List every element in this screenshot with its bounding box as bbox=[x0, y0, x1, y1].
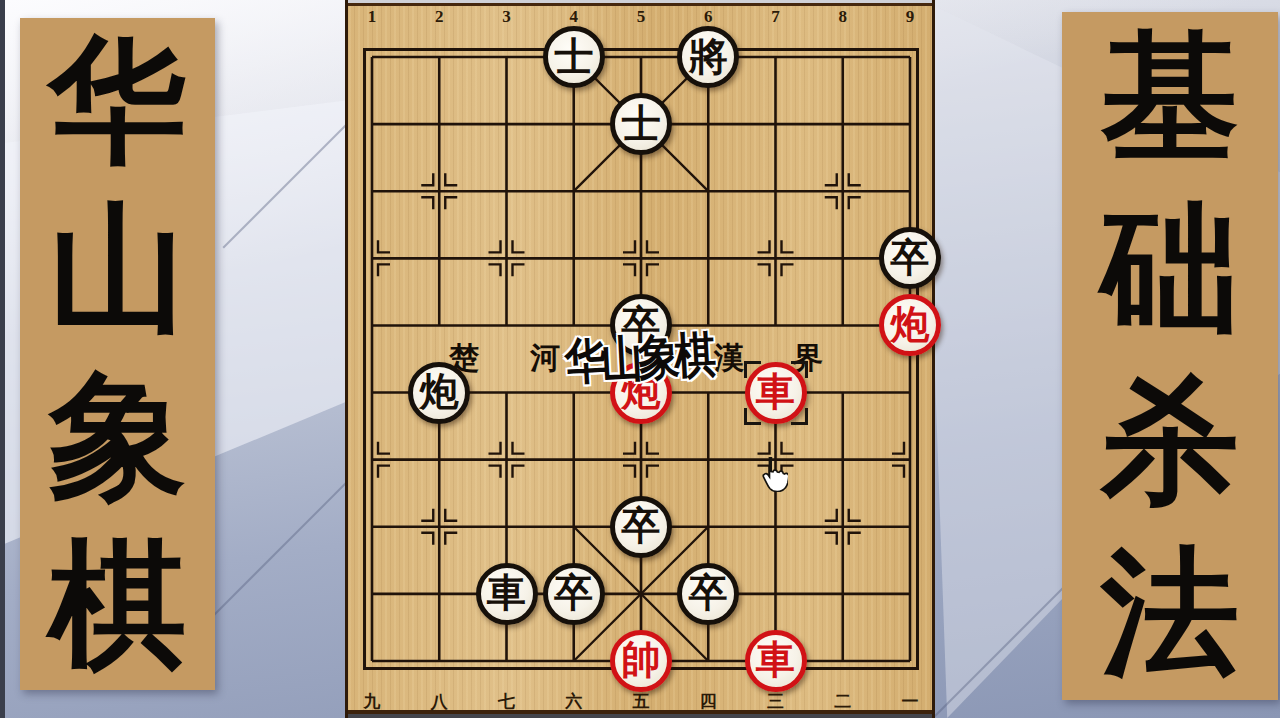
file-number-label: 5 bbox=[637, 7, 646, 27]
file-number-label: 6 bbox=[704, 7, 713, 27]
file-cjk-label: 二 bbox=[834, 690, 851, 713]
file-cjk-label: 一 bbox=[902, 690, 919, 713]
piece-char: 卒 bbox=[689, 573, 728, 612]
file-cjk-label: 五 bbox=[633, 690, 650, 713]
piece-black-士[interactable]: 士 bbox=[543, 26, 605, 88]
piece-char: 炮 bbox=[420, 372, 459, 411]
file-number-label: 1 bbox=[368, 7, 377, 27]
file-cjk-label: 六 bbox=[565, 690, 582, 713]
piece-black-卒[interactable]: 卒 bbox=[610, 496, 672, 558]
hand-cursor-icon bbox=[756, 456, 788, 492]
river-text-char: 漢 bbox=[714, 338, 744, 379]
piece-char: 卒 bbox=[622, 506, 661, 545]
calligraphy-char: 象 bbox=[49, 363, 187, 513]
piece-char: 車 bbox=[756, 640, 795, 679]
file-number-label: 2 bbox=[435, 7, 444, 27]
calligraphy-char: 华 bbox=[49, 27, 187, 177]
piece-char: 車 bbox=[487, 573, 526, 612]
piece-char: 卒 bbox=[891, 238, 930, 277]
calligraphy-char: 棋 bbox=[49, 531, 187, 681]
file-cjk-label: 七 bbox=[498, 690, 515, 713]
calligraphy-char: 杀 bbox=[1101, 367, 1239, 517]
left-title-panel: 华山象棋 bbox=[20, 18, 215, 690]
file-cjk-label: 九 bbox=[364, 690, 381, 713]
piece-black-卒[interactable]: 卒 bbox=[543, 563, 605, 625]
piece-red-車[interactable]: 車 bbox=[745, 362, 807, 424]
right-title-panel: 基础杀法 bbox=[1062, 12, 1278, 700]
file-number-label: 9 bbox=[906, 7, 915, 27]
xiangqi-board[interactable]: 华山象棋 123456789九八七六五四三二一楚河漢界士將士卒卒炮炮炮車卒車卒卒… bbox=[345, 0, 935, 718]
piece-black-將[interactable]: 將 bbox=[677, 26, 739, 88]
calligraphy-char: 法 bbox=[1101, 539, 1239, 689]
file-cjk-label: 八 bbox=[431, 690, 448, 713]
calligraphy-char: 基 bbox=[1101, 23, 1239, 173]
piece-red-車[interactable]: 車 bbox=[745, 630, 807, 692]
piece-black-炮[interactable]: 炮 bbox=[408, 362, 470, 424]
piece-black-卒[interactable]: 卒 bbox=[879, 227, 941, 289]
piece-char: 卒 bbox=[554, 573, 593, 612]
file-number-label: 7 bbox=[771, 7, 780, 27]
piece-black-車[interactable]: 車 bbox=[476, 563, 538, 625]
piece-char: 士 bbox=[554, 37, 593, 76]
piece-black-卒[interactable]: 卒 bbox=[677, 563, 739, 625]
calligraphy-char: 山 bbox=[49, 195, 187, 345]
file-number-label: 3 bbox=[502, 7, 511, 27]
file-number-label: 4 bbox=[570, 7, 579, 27]
calligraphy-char: 础 bbox=[1101, 195, 1239, 345]
piece-black-士[interactable]: 士 bbox=[610, 93, 672, 155]
river-text-char: 河 bbox=[530, 338, 560, 379]
file-cjk-label: 四 bbox=[700, 690, 717, 713]
piece-red-帥[interactable]: 帥 bbox=[610, 630, 672, 692]
piece-char: 士 bbox=[622, 104, 661, 143]
file-number-label: 8 bbox=[839, 7, 848, 27]
piece-char: 將 bbox=[689, 37, 728, 76]
river-watermark-logo: 华山象棋 bbox=[563, 322, 712, 396]
file-cjk-label: 三 bbox=[767, 690, 784, 713]
frame-left-edge bbox=[0, 0, 5, 718]
piece-char: 車 bbox=[756, 372, 795, 411]
piece-char: 帥 bbox=[622, 640, 661, 679]
screen: 华山象棋 基础杀法 华山象棋 123456789九八七六五四三二一楚河漢界士將士… bbox=[0, 0, 1280, 718]
piece-red-炮[interactable]: 炮 bbox=[879, 294, 941, 356]
piece-char: 炮 bbox=[891, 305, 930, 344]
